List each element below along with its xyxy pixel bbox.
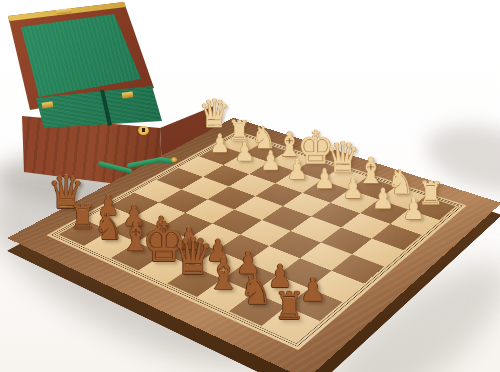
square-e3[interactable] <box>255 183 302 206</box>
extra-white-queen[interactable]: ♛ <box>198 95 230 134</box>
white-pawn-c2[interactable]: ♟ <box>342 175 364 202</box>
square-h3[interactable] <box>179 156 224 177</box>
square-g3[interactable] <box>203 165 249 186</box>
square-h4[interactable] <box>157 168 203 190</box>
square-c5[interactable] <box>269 231 321 258</box>
white-pawn-e2[interactable]: ♟ <box>286 157 307 183</box>
black-rook-h8[interactable]: ♜ <box>69 201 96 234</box>
white-pawn-f2[interactable]: ♟ <box>260 148 281 174</box>
square-d3[interactable] <box>283 193 331 217</box>
white-pawn-a2[interactable]: ♟ <box>402 195 425 223</box>
black-knight-b8[interactable]: ♞ <box>239 270 272 311</box>
black-rook-a8[interactable]: ♜ <box>274 287 305 325</box>
ribbon-brass-tip-icon <box>171 157 177 162</box>
square-g4[interactable] <box>182 177 229 199</box>
white-pawn-b2[interactable]: ♟ <box>372 185 394 213</box>
white-pawn-h2[interactable]: ♟ <box>210 131 230 156</box>
white-pawn-d2[interactable]: ♟ <box>314 166 335 193</box>
black-bishop-c8[interactable]: ♝ <box>206 253 241 296</box>
chess-set-product-photo: ♜♞♝♚♛♝♞♜♟♟♟♟♟♟♟♟♟♟♟♟♟♟♟♟♜♞♝♚♛♝♞♜ ♛ ♛ <box>0 0 500 372</box>
brass-keyhole-icon <box>138 126 149 135</box>
square-f5[interactable] <box>185 199 234 223</box>
white-pawn-g2[interactable]: ♟ <box>235 139 255 164</box>
